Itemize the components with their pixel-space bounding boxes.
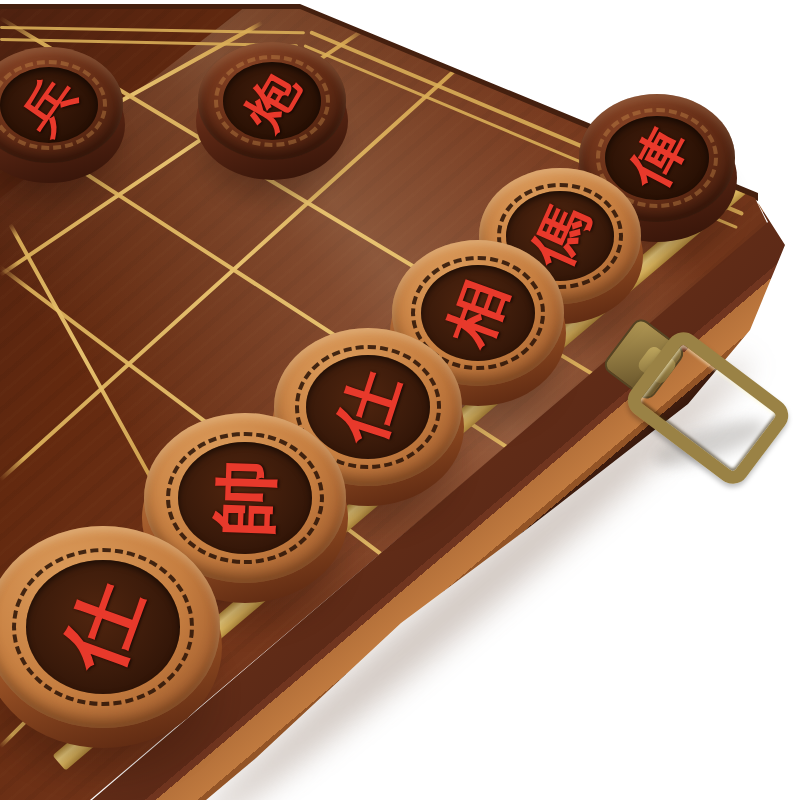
engraved-medallion: 兵 (0, 67, 98, 144)
engraved-medallion: 仕 (26, 560, 180, 693)
piece-character: 兵 (13, 68, 84, 141)
piece-character: 炮 (237, 65, 306, 137)
piece-cannon[interactable]: 炮 (196, 42, 348, 190)
piece-soldier[interactable]: 兵 (0, 47, 125, 193)
piece-face: 炮 (198, 42, 347, 160)
photo-stage: 兵 炮 俥 傌 (0, 0, 800, 800)
piece-advisor-2[interactable]: 仕 (0, 526, 222, 758)
piece-character: 仕 (53, 573, 153, 681)
piece-face: 仕 (0, 526, 220, 728)
engraved-medallion: 炮 (223, 62, 321, 140)
